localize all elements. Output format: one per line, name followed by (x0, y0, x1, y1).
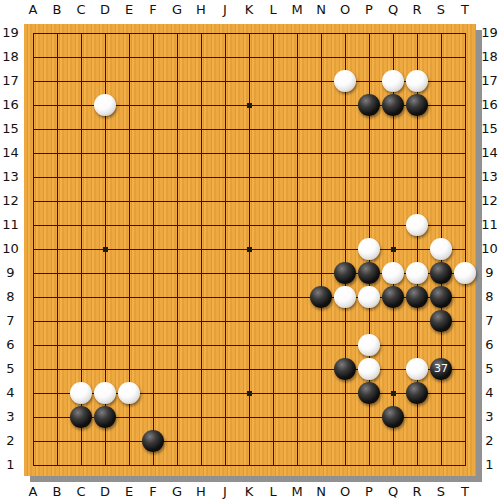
bottom-label-C: C (69, 483, 93, 500)
top-label-K: K (237, 1, 261, 19)
top-label-L: L (261, 1, 285, 19)
stone-white-O8 (334, 286, 356, 308)
star-point-K10 (247, 247, 252, 252)
right-label-17: 17 (479, 72, 500, 90)
right-label-6: 6 (479, 336, 500, 354)
right-label-15: 15 (479, 120, 500, 138)
top-label-R: R (405, 1, 429, 19)
left-label-11: 11 (0, 216, 21, 234)
bottom-label-F: F (141, 483, 165, 500)
stone-black-O5 (334, 358, 356, 380)
bottom-label-K: K (237, 483, 261, 500)
left-label-14: 14 (0, 144, 21, 162)
right-label-12: 12 (479, 192, 500, 210)
bottom-label-O: O (333, 483, 357, 500)
bottom-label-E: E (117, 483, 141, 500)
stone-white-D16 (94, 94, 116, 116)
left-label-10: 10 (0, 240, 21, 258)
stone-white-Q9 (382, 262, 404, 284)
right-label-14: 14 (479, 144, 500, 162)
right-label-9: 9 (479, 264, 500, 282)
bottom-label-G: G (165, 483, 189, 500)
stone-black-Q3 (382, 406, 404, 428)
star-point-Q10 (391, 247, 396, 252)
right-label-16: 16 (479, 96, 500, 114)
stone-black-S5: 37 (430, 358, 452, 380)
left-label-15: 15 (0, 120, 21, 138)
bottom-label-R: R (405, 483, 429, 500)
bottom-label-Q: Q (381, 483, 405, 500)
stone-white-P8 (358, 286, 380, 308)
star-point-K4 (247, 391, 252, 396)
stone-white-R11 (406, 214, 428, 236)
left-label-7: 7 (0, 312, 21, 330)
stone-black-P9 (358, 262, 380, 284)
stone-black-P4 (358, 382, 380, 404)
right-label-1: 1 (479, 456, 500, 474)
stone-black-D3 (94, 406, 116, 428)
top-label-E: E (117, 1, 141, 19)
bottom-label-A: A (21, 483, 45, 500)
star-point-Q4 (391, 391, 396, 396)
stone-white-S10 (430, 238, 452, 260)
top-label-O: O (333, 1, 357, 19)
top-label-T: T (453, 1, 477, 19)
right-label-13: 13 (479, 168, 500, 186)
top-label-M: M (285, 1, 309, 19)
stone-white-Q17 (382, 70, 404, 92)
stone-black-R16 (406, 94, 428, 116)
stone-black-S7 (430, 310, 452, 332)
top-label-G: G (165, 1, 189, 19)
stone-black-S8 (430, 286, 452, 308)
left-label-8: 8 (0, 288, 21, 306)
stone-white-O17 (334, 70, 356, 92)
top-label-D: D (93, 1, 117, 19)
stone-black-F2 (142, 430, 164, 452)
right-label-3: 3 (479, 408, 500, 426)
bottom-label-N: N (309, 483, 333, 500)
left-label-12: 12 (0, 192, 21, 210)
left-label-9: 9 (0, 264, 21, 282)
top-label-B: B (45, 1, 69, 19)
bottom-label-B: B (45, 483, 69, 500)
left-label-18: 18 (0, 48, 21, 66)
bottom-label-T: T (453, 483, 477, 500)
left-label-17: 17 (0, 72, 21, 90)
stone-black-Q16 (382, 94, 404, 116)
stone-black-O9 (334, 262, 356, 284)
star-point-K16 (247, 103, 252, 108)
top-label-H: H (189, 1, 213, 19)
top-label-S: S (429, 1, 453, 19)
stone-white-P6 (358, 334, 380, 356)
stone-white-C4 (70, 382, 92, 404)
left-label-6: 6 (0, 336, 21, 354)
right-label-10: 10 (479, 240, 500, 258)
move-number-label: 37 (430, 358, 452, 380)
stone-black-S9 (430, 262, 452, 284)
go-diagram-page: ABCDEFGHJKLMNOPQRST ABCDEFGHJKLMNOPQRST … (0, 0, 500, 500)
left-label-5: 5 (0, 360, 21, 378)
stone-black-N8 (310, 286, 332, 308)
stone-white-R9 (406, 262, 428, 284)
bottom-label-M: M (285, 483, 309, 500)
bottom-label-D: D (93, 483, 117, 500)
board-grid (24, 24, 476, 476)
top-label-C: C (69, 1, 93, 19)
right-label-7: 7 (479, 312, 500, 330)
right-label-2: 2 (479, 432, 500, 450)
right-label-4: 4 (479, 384, 500, 402)
stone-white-R5 (406, 358, 428, 380)
left-label-1: 1 (0, 456, 21, 474)
left-label-3: 3 (0, 408, 21, 426)
left-label-19: 19 (0, 24, 21, 42)
stone-black-R4 (406, 382, 428, 404)
stone-black-P16 (358, 94, 380, 116)
top-label-A: A (21, 1, 45, 19)
right-label-18: 18 (479, 48, 500, 66)
right-label-5: 5 (479, 360, 500, 378)
stone-white-P10 (358, 238, 380, 260)
bottom-label-S: S (429, 483, 453, 500)
right-label-11: 11 (479, 216, 500, 234)
top-label-Q: Q (381, 1, 405, 19)
stone-white-P5 (358, 358, 380, 380)
left-label-2: 2 (0, 432, 21, 450)
stone-black-Q8 (382, 286, 404, 308)
top-label-P: P (357, 1, 381, 19)
top-label-F: F (141, 1, 165, 19)
top-label-J: J (213, 1, 237, 19)
left-label-13: 13 (0, 168, 21, 186)
stone-white-E4 (118, 382, 140, 404)
goban[interactable]: 37 (24, 24, 476, 476)
bottom-label-J: J (213, 483, 237, 500)
left-label-16: 16 (0, 96, 21, 114)
right-label-8: 8 (479, 288, 500, 306)
left-label-4: 4 (0, 384, 21, 402)
stone-black-C3 (70, 406, 92, 428)
right-label-19: 19 (479, 24, 500, 42)
stone-black-R8 (406, 286, 428, 308)
stone-white-R17 (406, 70, 428, 92)
bottom-label-L: L (261, 483, 285, 500)
stone-white-D4 (94, 382, 116, 404)
stone-white-T9 (454, 262, 476, 284)
top-label-N: N (309, 1, 333, 19)
bottom-label-H: H (189, 483, 213, 500)
star-point-D10 (103, 247, 108, 252)
bottom-label-P: P (357, 483, 381, 500)
